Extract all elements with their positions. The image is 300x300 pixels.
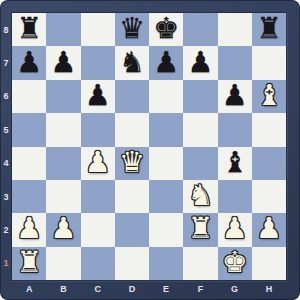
square-g1[interactable]: ♚: [218, 247, 252, 280]
square-d8[interactable]: ♛: [115, 13, 149, 46]
piece-white-pawn[interactable]: ♟: [16, 214, 42, 243]
square-c8[interactable]: [81, 13, 115, 46]
square-e8[interactable]: ♚: [149, 13, 183, 46]
square-e7[interactable]: ♟: [149, 46, 183, 79]
piece-white-rook[interactable]: ♜: [187, 214, 213, 243]
file-label-f: F: [183, 280, 217, 298]
square-c5[interactable]: [81, 113, 115, 146]
square-a7[interactable]: ♟: [12, 46, 46, 79]
square-e2[interactable]: [149, 213, 183, 246]
square-a4[interactable]: [12, 147, 46, 180]
square-g2[interactable]: ♟: [218, 213, 252, 246]
square-g8[interactable]: [218, 13, 252, 46]
square-d7[interactable]: ♞: [115, 46, 149, 79]
square-f4[interactable]: [183, 147, 217, 180]
square-b8[interactable]: [46, 13, 80, 46]
rank-label-7: 7: [0, 46, 12, 79]
square-b1[interactable]: [46, 247, 80, 280]
piece-black-rook[interactable]: ♜: [256, 14, 282, 43]
square-c7[interactable]: [81, 46, 115, 79]
square-b2[interactable]: ♟: [46, 213, 80, 246]
square-g4[interactable]: ♝: [218, 147, 252, 180]
square-d2[interactable]: [115, 213, 149, 246]
square-d6[interactable]: [115, 80, 149, 113]
square-d3[interactable]: [115, 180, 149, 213]
piece-white-pawn[interactable]: ♟: [85, 148, 111, 177]
piece-black-bishop[interactable]: ♝: [222, 148, 248, 177]
piece-white-pawn[interactable]: ♟: [50, 214, 76, 243]
piece-black-rook[interactable]: ♜: [16, 14, 42, 43]
square-e5[interactable]: [149, 113, 183, 146]
file-label-d: D: [115, 280, 149, 298]
chess-board-frame: 87654321 ♜♛♚♜♟♟♞♟♟♟♟♝♟♛♝♞♟♟♜♟♟♜♚ ABCDEFG…: [0, 0, 300, 300]
file-label-a: A: [12, 280, 46, 298]
file-label-h: H: [252, 280, 286, 298]
square-c6[interactable]: ♟: [81, 80, 115, 113]
square-h5[interactable]: [252, 113, 286, 146]
file-label-c: C: [81, 280, 115, 298]
square-e6[interactable]: [149, 80, 183, 113]
piece-white-king[interactable]: ♚: [222, 248, 248, 277]
rank-label-3: 3: [0, 180, 12, 213]
rank-label-5: 5: [0, 113, 12, 146]
square-h6[interactable]: ♝: [252, 80, 286, 113]
square-h8[interactable]: ♜: [252, 13, 286, 46]
piece-white-rook[interactable]: ♜: [16, 248, 42, 277]
file-label-b: B: [46, 280, 80, 298]
file-label-e: E: [149, 280, 183, 298]
square-a3[interactable]: [12, 180, 46, 213]
square-g7[interactable]: [218, 46, 252, 79]
piece-black-knight[interactable]: ♞: [119, 48, 145, 77]
square-e4[interactable]: [149, 147, 183, 180]
square-f6[interactable]: [183, 80, 217, 113]
square-f7[interactable]: ♟: [183, 46, 217, 79]
square-c4[interactable]: ♟: [81, 147, 115, 180]
square-h3[interactable]: [252, 180, 286, 213]
square-d4[interactable]: ♛: [115, 147, 149, 180]
square-c1[interactable]: [81, 247, 115, 280]
square-g6[interactable]: ♟: [218, 80, 252, 113]
piece-black-pawn[interactable]: ♟: [16, 48, 42, 77]
piece-white-knight[interactable]: ♞: [187, 181, 213, 210]
square-h2[interactable]: ♟: [252, 213, 286, 246]
rank-label-6: 6: [0, 80, 12, 113]
square-h1[interactable]: [252, 247, 286, 280]
piece-white-pawn[interactable]: ♟: [256, 214, 282, 243]
square-e1[interactable]: [149, 247, 183, 280]
square-a1[interactable]: ♜: [12, 247, 46, 280]
square-f2[interactable]: ♜: [183, 213, 217, 246]
rank-label-8: 8: [0, 13, 12, 46]
rank-labels: 87654321: [0, 13, 12, 280]
square-b6[interactable]: [46, 80, 80, 113]
chess-board[interactable]: ♜♛♚♜♟♟♞♟♟♟♟♝♟♛♝♞♟♟♜♟♟♜♚: [12, 13, 286, 280]
piece-black-pawn[interactable]: ♟: [153, 48, 179, 77]
square-f3[interactable]: ♞: [183, 180, 217, 213]
square-a6[interactable]: [12, 80, 46, 113]
file-label-g: G: [218, 280, 252, 298]
piece-black-pawn[interactable]: ♟: [222, 81, 248, 110]
piece-white-queen[interactable]: ♛: [119, 148, 145, 177]
piece-black-queen[interactable]: ♛: [119, 14, 145, 43]
square-a5[interactable]: [12, 113, 46, 146]
square-h4[interactable]: [252, 147, 286, 180]
square-c2[interactable]: [81, 213, 115, 246]
square-a8[interactable]: ♜: [12, 13, 46, 46]
square-g3[interactable]: [218, 180, 252, 213]
square-d1[interactable]: [115, 247, 149, 280]
piece-black-pawn[interactable]: ♟: [187, 48, 213, 77]
square-e3[interactable]: [149, 180, 183, 213]
rank-label-2: 2: [0, 213, 12, 246]
square-b4[interactable]: [46, 147, 80, 180]
square-a2[interactable]: ♟: [12, 213, 46, 246]
square-b3[interactable]: [46, 180, 80, 213]
square-b5[interactable]: [46, 113, 80, 146]
square-f5[interactable]: [183, 113, 217, 146]
square-h7[interactable]: [252, 46, 286, 79]
piece-white-bishop[interactable]: ♝: [256, 81, 282, 110]
square-c3[interactable]: [81, 180, 115, 213]
square-g5[interactable]: [218, 113, 252, 146]
square-d5[interactable]: [115, 113, 149, 146]
rank-label-4: 4: [0, 147, 12, 180]
rank-label-1: 1: [0, 247, 12, 280]
piece-black-king[interactable]: ♚: [153, 14, 179, 43]
piece-white-pawn[interactable]: ♟: [222, 214, 248, 243]
file-labels: ABCDEFGH: [12, 280, 286, 298]
piece-black-pawn[interactable]: ♟: [85, 81, 111, 110]
square-f8[interactable]: [183, 13, 217, 46]
square-b7[interactable]: ♟: [46, 46, 80, 79]
piece-black-pawn[interactable]: ♟: [50, 48, 76, 77]
square-f1[interactable]: [183, 247, 217, 280]
